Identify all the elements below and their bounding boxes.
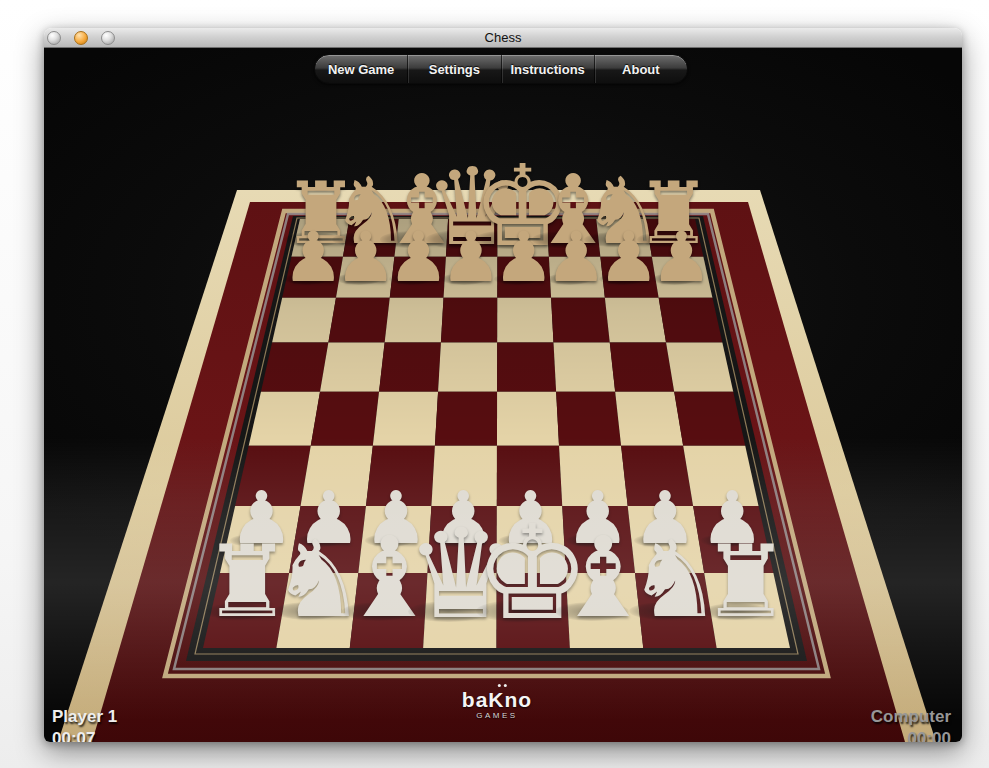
- bakno-logo-games-label: GAMES: [462, 711, 532, 720]
- menu-new-game-button[interactable]: New Game: [315, 55, 407, 83]
- piece-white-rook-h1[interactable]: ♜: [696, 532, 795, 631]
- game-scene: ♜♞♝♛♚♝♞♜♟♟♟♟♟♟♟♟♟♟♟♟♟♟♟♟♜♞♝♛♚♝♞♜ Player …: [44, 48, 962, 742]
- menu-instructions-button[interactable]: Instructions: [501, 55, 594, 83]
- app-window: Chess ♜♞♝♛♚♝♞♜♟♟♟♟♟♟♟♟♟♟♟♟♟♟♟♟♜♞♝♛♚♝♞♜ P…: [44, 28, 962, 742]
- menu-about-button[interactable]: About: [594, 55, 687, 83]
- menu-settings-button[interactable]: Settings: [407, 55, 500, 83]
- computer-panel: Computer 00:00: [871, 706, 951, 742]
- computer-name: Computer: [871, 706, 951, 728]
- desktop-background: Chess ♜♞♝♛♚♝♞♜♟♟♟♟♟♟♟♟♟♟♟♟♟♟♟♟♜♞♝♛♚♝♞♜ P…: [0, 0, 989, 768]
- menu-bar: New Game Settings Instructions About: [314, 54, 688, 84]
- player-one-name: Player 1: [52, 706, 117, 728]
- bakno-logo-wordmark: baKno: [462, 688, 532, 712]
- logo-k-dots-decoration: [498, 684, 501, 687]
- piece-black-pawn-h7[interactable]: ♟: [647, 223, 716, 292]
- player-one-clock: 00:07: [52, 728, 117, 742]
- window-titlebar: Chess: [44, 28, 962, 48]
- bakno-logo: baKno GAMES: [462, 688, 532, 720]
- computer-clock: 00:00: [871, 728, 951, 742]
- window-title: Chess: [44, 30, 962, 45]
- player-one-panel: Player 1 00:07: [52, 706, 117, 742]
